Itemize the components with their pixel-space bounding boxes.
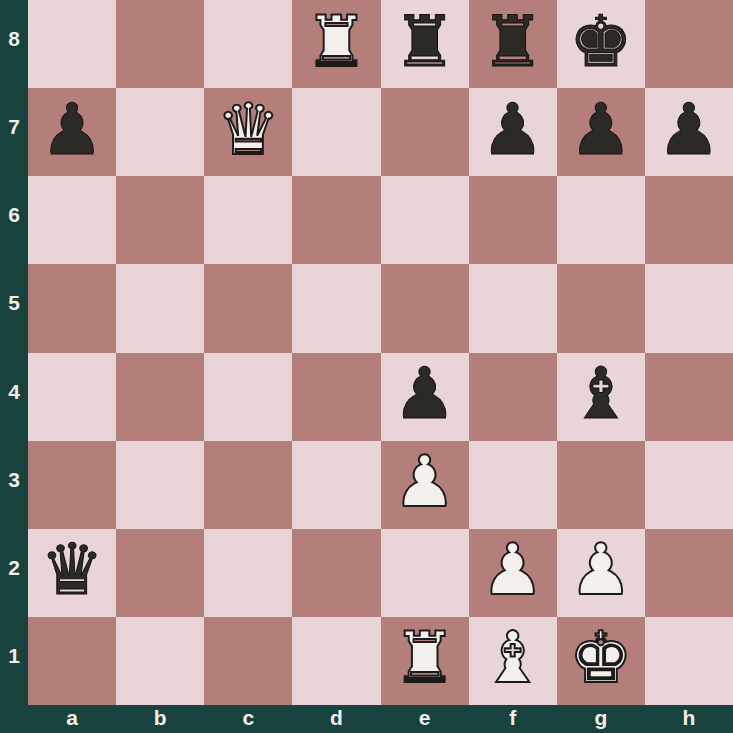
rank-label-7: 7	[0, 88, 28, 176]
square-b5[interactable]	[116, 264, 204, 352]
piece-black-pawn-f7[interactable]: ♟	[481, 94, 545, 165]
square-e4[interactable]: ♟	[381, 353, 469, 441]
square-h6[interactable]	[645, 176, 733, 264]
square-g1[interactable]: ♚	[557, 617, 645, 705]
square-d7[interactable]	[292, 88, 380, 176]
square-g8[interactable]: ♚	[557, 0, 645, 88]
square-a2[interactable]: ♛	[28, 529, 116, 617]
square-b1[interactable]	[116, 617, 204, 705]
piece-white-pawn-f2[interactable]: ♟	[481, 534, 545, 605]
piece-black-bishop-g4[interactable]: ♝	[569, 358, 633, 429]
square-f2[interactable]: ♟	[469, 529, 557, 617]
square-b6[interactable]	[116, 176, 204, 264]
square-a5[interactable]	[28, 264, 116, 352]
file-label-e: e	[381, 705, 469, 733]
square-c1[interactable]	[204, 617, 292, 705]
square-a7[interactable]: ♟	[28, 88, 116, 176]
square-e3[interactable]: ♟	[381, 441, 469, 529]
rank-label-1: 1	[0, 617, 28, 705]
square-c7[interactable]: ♛	[204, 88, 292, 176]
square-g4[interactable]: ♝	[557, 353, 645, 441]
file-label-d: d	[292, 705, 380, 733]
square-c2[interactable]	[204, 529, 292, 617]
piece-black-rook-f8[interactable]: ♜	[481, 6, 545, 77]
square-b4[interactable]	[116, 353, 204, 441]
piece-black-queen-a2[interactable]: ♛	[40, 534, 104, 605]
piece-white-king-g1[interactable]: ♚	[569, 622, 633, 693]
piece-black-pawn-g7[interactable]: ♟	[569, 94, 633, 165]
square-c3[interactable]	[204, 441, 292, 529]
rank-label-4: 4	[0, 353, 28, 441]
square-d6[interactable]	[292, 176, 380, 264]
square-f5[interactable]	[469, 264, 557, 352]
file-labels: abcdefgh	[28, 705, 733, 733]
piece-white-queen-c7[interactable]: ♛	[216, 94, 280, 165]
square-d8[interactable]: ♜	[292, 0, 380, 88]
rank-labels: 87654321	[0, 0, 28, 705]
square-d2[interactable]	[292, 529, 380, 617]
square-d5[interactable]	[292, 264, 380, 352]
piece-black-rook-e8[interactable]: ♜	[393, 6, 457, 77]
file-label-g: g	[557, 705, 645, 733]
square-g5[interactable]	[557, 264, 645, 352]
square-g3[interactable]	[557, 441, 645, 529]
square-a6[interactable]	[28, 176, 116, 264]
square-a1[interactable]	[28, 617, 116, 705]
file-label-a: a	[28, 705, 116, 733]
square-g2[interactable]: ♟	[557, 529, 645, 617]
chess-board: ♜♜♜♚♟♛♟♟♟♟♝♟♛♟♟♜♝♚	[28, 0, 733, 705]
square-f3[interactable]	[469, 441, 557, 529]
square-e5[interactable]	[381, 264, 469, 352]
piece-white-pawn-g2[interactable]: ♟	[569, 534, 633, 605]
square-f1[interactable]: ♝	[469, 617, 557, 705]
square-f4[interactable]	[469, 353, 557, 441]
square-b2[interactable]	[116, 529, 204, 617]
square-h4[interactable]	[645, 353, 733, 441]
file-label-c: c	[204, 705, 292, 733]
rank-label-8: 8	[0, 0, 28, 88]
square-g7[interactable]: ♟	[557, 88, 645, 176]
file-label-f: f	[469, 705, 557, 733]
rank-label-5: 5	[0, 264, 28, 352]
square-h5[interactable]	[645, 264, 733, 352]
piece-white-bishop-f1[interactable]: ♝	[481, 622, 545, 693]
rank-label-2: 2	[0, 529, 28, 617]
square-b7[interactable]	[116, 88, 204, 176]
square-f7[interactable]: ♟	[469, 88, 557, 176]
square-b8[interactable]	[116, 0, 204, 88]
square-c6[interactable]	[204, 176, 292, 264]
square-g6[interactable]	[557, 176, 645, 264]
piece-black-king-g8[interactable]: ♚	[569, 6, 633, 77]
square-a4[interactable]	[28, 353, 116, 441]
piece-white-pawn-e3[interactable]: ♟	[393, 446, 457, 517]
piece-white-rook-d8[interactable]: ♜	[305, 6, 369, 77]
square-e1[interactable]: ♜	[381, 617, 469, 705]
square-h8[interactable]	[645, 0, 733, 88]
rank-label-3: 3	[0, 441, 28, 529]
square-a8[interactable]	[28, 0, 116, 88]
square-d3[interactable]	[292, 441, 380, 529]
square-e2[interactable]	[381, 529, 469, 617]
square-d4[interactable]	[292, 353, 380, 441]
rank-label-6: 6	[0, 176, 28, 264]
square-f8[interactable]: ♜	[469, 0, 557, 88]
square-c4[interactable]	[204, 353, 292, 441]
file-label-b: b	[116, 705, 204, 733]
square-f6[interactable]	[469, 176, 557, 264]
square-a3[interactable]	[28, 441, 116, 529]
piece-black-pawn-h7[interactable]: ♟	[657, 94, 721, 165]
square-h3[interactable]	[645, 441, 733, 529]
square-d1[interactable]	[292, 617, 380, 705]
chess-board-screen: 87654321 ♜♜♜♚♟♛♟♟♟♟♝♟♛♟♟♜♝♚ abcdefgh	[0, 0, 733, 733]
square-h2[interactable]	[645, 529, 733, 617]
square-b3[interactable]	[116, 441, 204, 529]
square-c5[interactable]	[204, 264, 292, 352]
piece-white-rook-e1[interactable]: ♜	[393, 622, 457, 693]
square-c8[interactable]	[204, 0, 292, 88]
square-e7[interactable]	[381, 88, 469, 176]
square-h1[interactable]	[645, 617, 733, 705]
square-e8[interactable]: ♜	[381, 0, 469, 88]
file-label-h: h	[645, 705, 733, 733]
square-e6[interactable]	[381, 176, 469, 264]
piece-black-pawn-a7[interactable]: ♟	[40, 94, 104, 165]
piece-black-pawn-e4[interactable]: ♟	[393, 358, 457, 429]
square-h7[interactable]: ♟	[645, 88, 733, 176]
